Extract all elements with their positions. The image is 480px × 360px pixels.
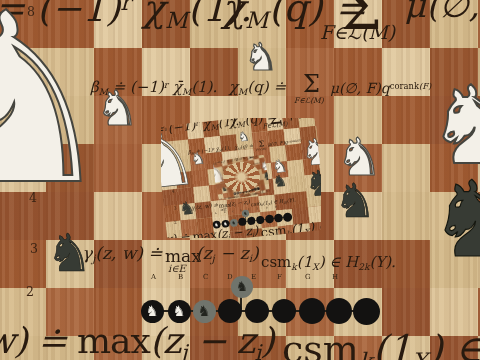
- giant-black-knight-piece: ♞: [303, 164, 321, 202]
- white-knight-piece: ♞: [96, 84, 139, 132]
- recursion-vortex: [223, 162, 260, 192]
- summation-sigma: Σ: [303, 72, 320, 96]
- element-label-G: G: [305, 274, 311, 281]
- formula-moebius-corank: μ(∅, F)qcorank(F): [330, 80, 431, 96]
- black-knight-piece: ♞: [334, 177, 376, 224]
- black-knight-icon: ♞: [231, 220, 236, 225]
- element-node-B: ♞: [168, 300, 191, 323]
- formula-giant-bottom-right: csmk(1X) ∈ H2k(: [282, 328, 480, 360]
- element-node-C: ♞: [193, 300, 216, 323]
- board-margin-square: [0, 240, 46, 288]
- element-label-H: H: [275, 206, 277, 209]
- element-label-E: E: [251, 274, 256, 281]
- element-node-F: [272, 299, 296, 323]
- black-knight-icon: ♞: [243, 211, 248, 216]
- formula-gamma-lhs: γj(z, w) ≐: [82, 244, 163, 264]
- board-margin-square: [164, 205, 181, 223]
- element-label-F: F: [257, 208, 259, 210]
- white-knight-icon: ♞: [146, 304, 159, 318]
- element-label-G: G: [266, 207, 268, 210]
- element-label-B: B: [224, 211, 226, 213]
- formula-gamma-max-sub: i∈E: [168, 263, 186, 275]
- element-label-F: F: [277, 274, 282, 281]
- formula-sigma-limits: F∈ℒ(M): [294, 97, 324, 106]
- element-label-C: C: [232, 210, 234, 213]
- white-knight-icon: ♞: [234, 193, 236, 195]
- white-knight-piece: ♞: [237, 130, 250, 144]
- giant-black-knight-piece: ♞: [428, 168, 480, 273]
- formula-giant-bottom-left: w) ≐ max(zj − zi): [0, 320, 274, 360]
- element-node-E: [245, 299, 269, 323]
- black-knight-piece: ♞: [272, 172, 288, 189]
- element-label-H: H: [332, 274, 338, 281]
- formula-gamma-rhs: (zj − zi): [196, 244, 259, 264]
- element-label-C: C: [203, 274, 208, 281]
- rank-label: 3: [174, 206, 177, 210]
- formula-csm-class: csmk(1X) ∈ H2k(Y).: [261, 254, 396, 271]
- element-label-A: A: [215, 212, 217, 214]
- droste-chessboard: 865432= (−1)r χM(1).χM(q) =ΣF∈ℒ(M)μ(∅,w)…: [0, 0, 480, 360]
- board-square: [382, 192, 430, 240]
- white-knight-icon: ♞: [223, 221, 228, 226]
- element-node-raised: ♞: [231, 276, 253, 298]
- black-knight-icon: ♞: [198, 304, 211, 318]
- element-node-D: [218, 299, 242, 323]
- rank-label: 2: [174, 220, 177, 224]
- formula-characteristic-chi: χM(q) ≐: [229, 79, 286, 96]
- element-node-G: [299, 298, 325, 324]
- formula-giant-top-right: μ(∅,: [404, 0, 480, 25]
- element-label-A: A: [151, 274, 156, 281]
- black-knight-icon: ♞: [236, 280, 248, 294]
- black-knight-piece: ♞: [178, 199, 195, 218]
- board-square: [382, 96, 430, 144]
- element-label-D: D: [227, 274, 233, 281]
- white-knight-icon: ♞: [214, 222, 219, 227]
- rank-label: 3: [30, 243, 38, 256]
- black-knight-piece: ♞: [46, 227, 93, 279]
- formula-giant-sigma-limits: F∈ℒ(M): [320, 22, 395, 44]
- element-label-B: B: [178, 274, 183, 281]
- white-knight-icon: ♞: [173, 304, 186, 318]
- element-node-A: ♞: [141, 300, 164, 323]
- element-node-extra-8: [353, 298, 380, 325]
- board-square: [382, 144, 430, 192]
- rank-label: 2: [221, 194, 222, 196]
- element-node-H: [326, 298, 352, 324]
- white-knight-piece: ♞: [190, 150, 206, 167]
- rank-label: 2: [26, 286, 34, 299]
- white-knight-piece: ♞: [244, 38, 278, 76]
